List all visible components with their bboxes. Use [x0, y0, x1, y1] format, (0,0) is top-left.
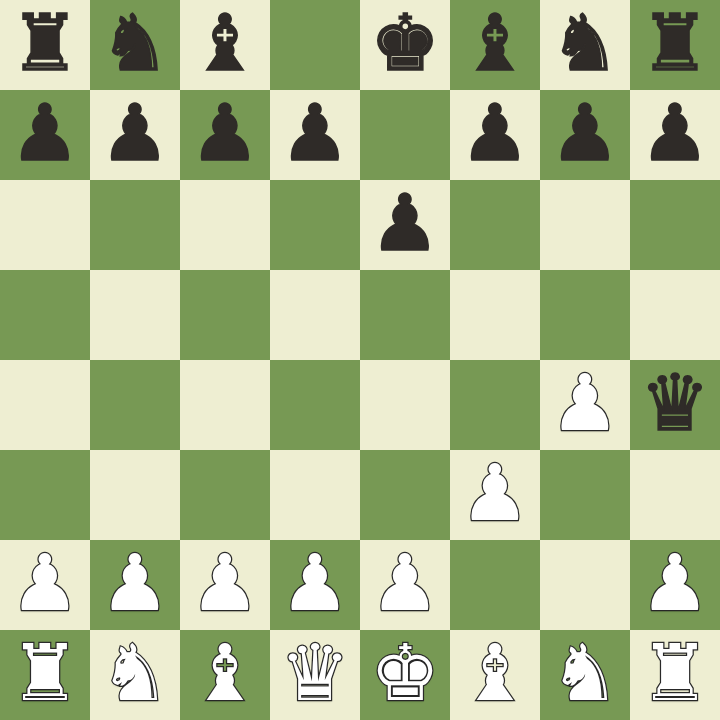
square-a5[interactable] [0, 270, 90, 360]
square-c6[interactable] [180, 180, 270, 270]
square-f1[interactable]: ♝ [450, 630, 540, 720]
white-rook[interactable]: ♜ [640, 628, 710, 718]
white-bishop[interactable]: ♝ [460, 628, 530, 718]
white-pawn[interactable]: ♟ [370, 538, 440, 628]
square-g7[interactable]: ♟ [540, 90, 630, 180]
black-knight[interactable]: ♞ [550, 0, 620, 88]
square-d7[interactable]: ♟ [270, 90, 360, 180]
square-h3[interactable] [630, 450, 720, 540]
square-d6[interactable] [270, 180, 360, 270]
black-king[interactable]: ♚ [370, 0, 440, 88]
square-b4[interactable] [90, 360, 180, 450]
square-d3[interactable] [270, 450, 360, 540]
square-g8[interactable]: ♞ [540, 0, 630, 90]
square-e4[interactable] [360, 360, 450, 450]
square-d4[interactable] [270, 360, 360, 450]
black-rook[interactable]: ♜ [10, 0, 80, 88]
chess-board: ♜♞♝♚♝♞♜♟♟♟♟♟♟♟♟♟♛♟♟♟♟♟♟♟♜♞♝♛♚♝♞♜ [0, 0, 720, 720]
square-d8[interactable] [270, 0, 360, 90]
square-d2[interactable]: ♟ [270, 540, 360, 630]
square-g3[interactable] [540, 450, 630, 540]
square-a4[interactable] [0, 360, 90, 450]
black-pawn[interactable]: ♟ [370, 178, 440, 268]
white-pawn[interactable]: ♟ [640, 538, 710, 628]
square-e6[interactable]: ♟ [360, 180, 450, 270]
square-f7[interactable]: ♟ [450, 90, 540, 180]
black-bishop[interactable]: ♝ [460, 0, 530, 88]
square-f8[interactable]: ♝ [450, 0, 540, 90]
square-g6[interactable] [540, 180, 630, 270]
black-pawn[interactable]: ♟ [550, 88, 620, 178]
square-b5[interactable] [90, 270, 180, 360]
square-d5[interactable] [270, 270, 360, 360]
square-h8[interactable]: ♜ [630, 0, 720, 90]
square-b8[interactable]: ♞ [90, 0, 180, 90]
square-c3[interactable] [180, 450, 270, 540]
square-h4[interactable]: ♛ [630, 360, 720, 450]
square-h6[interactable] [630, 180, 720, 270]
white-rook[interactable]: ♜ [10, 628, 80, 718]
square-f4[interactable] [450, 360, 540, 450]
square-c1[interactable]: ♝ [180, 630, 270, 720]
square-g2[interactable] [540, 540, 630, 630]
white-knight[interactable]: ♞ [100, 628, 170, 718]
square-a3[interactable] [0, 450, 90, 540]
square-c2[interactable]: ♟ [180, 540, 270, 630]
black-queen[interactable]: ♛ [640, 358, 710, 448]
square-b3[interactable] [90, 450, 180, 540]
square-a1[interactable]: ♜ [0, 630, 90, 720]
black-pawn[interactable]: ♟ [100, 88, 170, 178]
square-g1[interactable]: ♞ [540, 630, 630, 720]
square-f5[interactable] [450, 270, 540, 360]
square-h5[interactable] [630, 270, 720, 360]
black-pawn[interactable]: ♟ [10, 88, 80, 178]
white-knight[interactable]: ♞ [550, 628, 620, 718]
white-pawn[interactable]: ♟ [190, 538, 260, 628]
white-queen[interactable]: ♛ [280, 628, 350, 718]
black-pawn[interactable]: ♟ [190, 88, 260, 178]
square-b7[interactable]: ♟ [90, 90, 180, 180]
square-e8[interactable]: ♚ [360, 0, 450, 90]
white-pawn[interactable]: ♟ [550, 358, 620, 448]
square-e7[interactable] [360, 90, 450, 180]
square-f3[interactable]: ♟ [450, 450, 540, 540]
square-e5[interactable] [360, 270, 450, 360]
square-h7[interactable]: ♟ [630, 90, 720, 180]
white-pawn[interactable]: ♟ [10, 538, 80, 628]
square-b1[interactable]: ♞ [90, 630, 180, 720]
square-a6[interactable] [0, 180, 90, 270]
black-rook[interactable]: ♜ [640, 0, 710, 88]
black-knight[interactable]: ♞ [100, 0, 170, 88]
square-e2[interactable]: ♟ [360, 540, 450, 630]
black-pawn[interactable]: ♟ [280, 88, 350, 178]
square-c4[interactable] [180, 360, 270, 450]
square-c7[interactable]: ♟ [180, 90, 270, 180]
white-pawn[interactable]: ♟ [100, 538, 170, 628]
black-pawn[interactable]: ♟ [640, 88, 710, 178]
square-c5[interactable] [180, 270, 270, 360]
square-b6[interactable] [90, 180, 180, 270]
square-h2[interactable]: ♟ [630, 540, 720, 630]
square-a7[interactable]: ♟ [0, 90, 90, 180]
square-d1[interactable]: ♛ [270, 630, 360, 720]
square-f6[interactable] [450, 180, 540, 270]
square-g5[interactable] [540, 270, 630, 360]
white-pawn[interactable]: ♟ [460, 448, 530, 538]
square-e1[interactable]: ♚ [360, 630, 450, 720]
white-pawn[interactable]: ♟ [280, 538, 350, 628]
square-c8[interactable]: ♝ [180, 0, 270, 90]
square-h1[interactable]: ♜ [630, 630, 720, 720]
square-f2[interactable] [450, 540, 540, 630]
black-bishop[interactable]: ♝ [190, 0, 260, 88]
white-bishop[interactable]: ♝ [190, 628, 260, 718]
white-king[interactable]: ♚ [370, 628, 440, 718]
square-a8[interactable]: ♜ [0, 0, 90, 90]
square-e3[interactable] [360, 450, 450, 540]
black-pawn[interactable]: ♟ [460, 88, 530, 178]
square-b2[interactable]: ♟ [90, 540, 180, 630]
square-a2[interactable]: ♟ [0, 540, 90, 630]
square-g4[interactable]: ♟ [540, 360, 630, 450]
